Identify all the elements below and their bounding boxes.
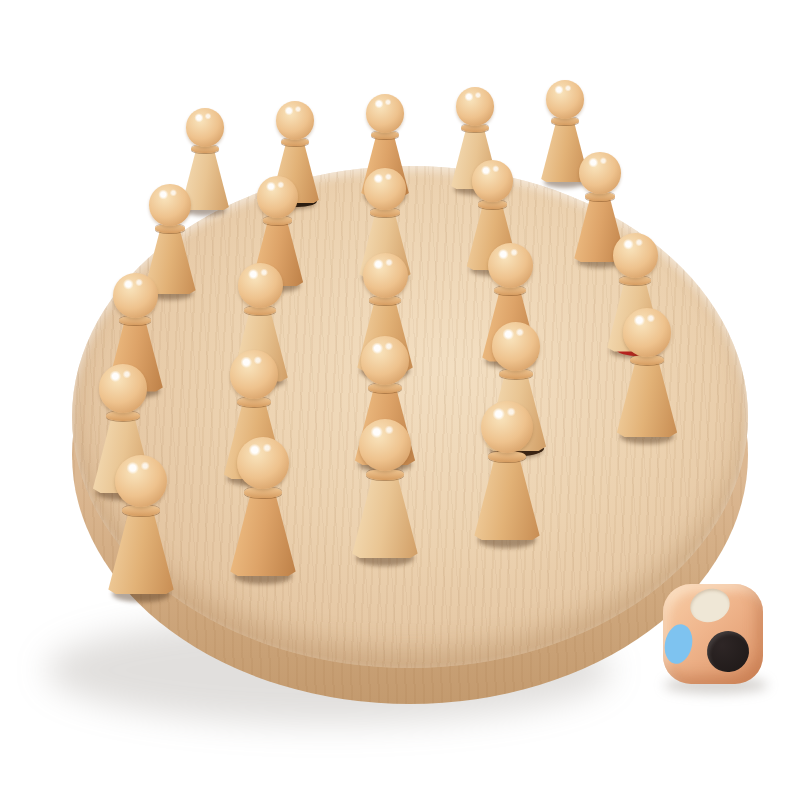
peg-r3c4[interactable] (610, 307, 684, 444)
peg-head (115, 455, 168, 508)
peg-head (149, 184, 191, 226)
peg-r4c1[interactable] (223, 435, 304, 584)
peg-head (363, 253, 408, 298)
color-die[interactable] (663, 584, 763, 684)
peg-body (351, 478, 419, 559)
peg-body (229, 496, 297, 577)
peg-head (230, 350, 279, 399)
peg-head (186, 108, 225, 147)
peg-head (488, 243, 533, 288)
die-face-black-dot (704, 628, 751, 674)
peg-head (623, 308, 672, 357)
peg-body (473, 460, 541, 541)
product-photo-scene (0, 0, 800, 800)
peg-head (613, 233, 658, 278)
peg-head (238, 263, 283, 308)
peg-r4c0[interactable] (101, 453, 182, 602)
peg-head (456, 87, 495, 126)
peg-head (481, 401, 534, 454)
die-face-blue-dot (663, 622, 696, 667)
peg-head (472, 160, 514, 202)
peg-head (364, 168, 406, 210)
peg-head (366, 94, 405, 133)
peg-head (99, 364, 148, 413)
peg-head (237, 437, 290, 490)
die-face-white-dot (686, 584, 734, 627)
peg-body (107, 514, 175, 595)
peg-head (257, 176, 299, 218)
peg-r4c2[interactable] (345, 417, 426, 566)
peg-r4c3[interactable] (467, 399, 548, 548)
peg-body (616, 363, 679, 437)
peg-head (359, 419, 412, 472)
peg-head (361, 336, 410, 385)
peg-head (492, 322, 541, 371)
peg-head (113, 273, 158, 318)
peg-head (276, 101, 315, 140)
peg-head (579, 152, 621, 194)
peg-head (546, 80, 585, 119)
